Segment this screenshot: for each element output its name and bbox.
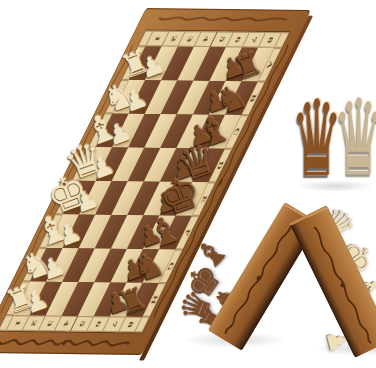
spare-queen-maple: ♛ (333, 90, 376, 187)
coord-label: 5 (217, 36, 226, 43)
coord-label: 7 (249, 36, 258, 43)
coord-label: 2 (29, 320, 38, 327)
coord-label: 7 (110, 321, 119, 328)
carved-scroll-ornament (218, 216, 300, 340)
coord-label: 1 (153, 35, 162, 42)
carved-scroll-ornament (152, 12, 296, 27)
spare-queen-walnut: ♛ (291, 91, 343, 188)
coord-label: 2 (169, 35, 178, 42)
folded-case-right-panel (289, 205, 376, 358)
coord-label: 4 (62, 320, 71, 327)
coord-label: 5 (78, 320, 87, 327)
coord-label: 3 (45, 320, 54, 327)
carved-scroll-ornament (307, 221, 376, 349)
chess-set-product-photo: 12345678A♜♟♟♜AB♞♟♟♞BC♝♟♟♝CD♛♟♟♛DE♚♟♟♚EF♝… (0, 0, 376, 368)
coord-label: 4 (201, 36, 210, 43)
coord-label: 6 (94, 320, 103, 327)
carved-scroll-ornament (0, 333, 138, 353)
spare-pieces-group: ♛ ♛ (292, 92, 376, 188)
coord-label: 8 (266, 36, 275, 43)
coord-label: 1 (13, 319, 22, 326)
coord-label: 6 (233, 36, 242, 43)
coord-label: 3 (185, 35, 194, 42)
coord-label: 8 (126, 321, 135, 328)
